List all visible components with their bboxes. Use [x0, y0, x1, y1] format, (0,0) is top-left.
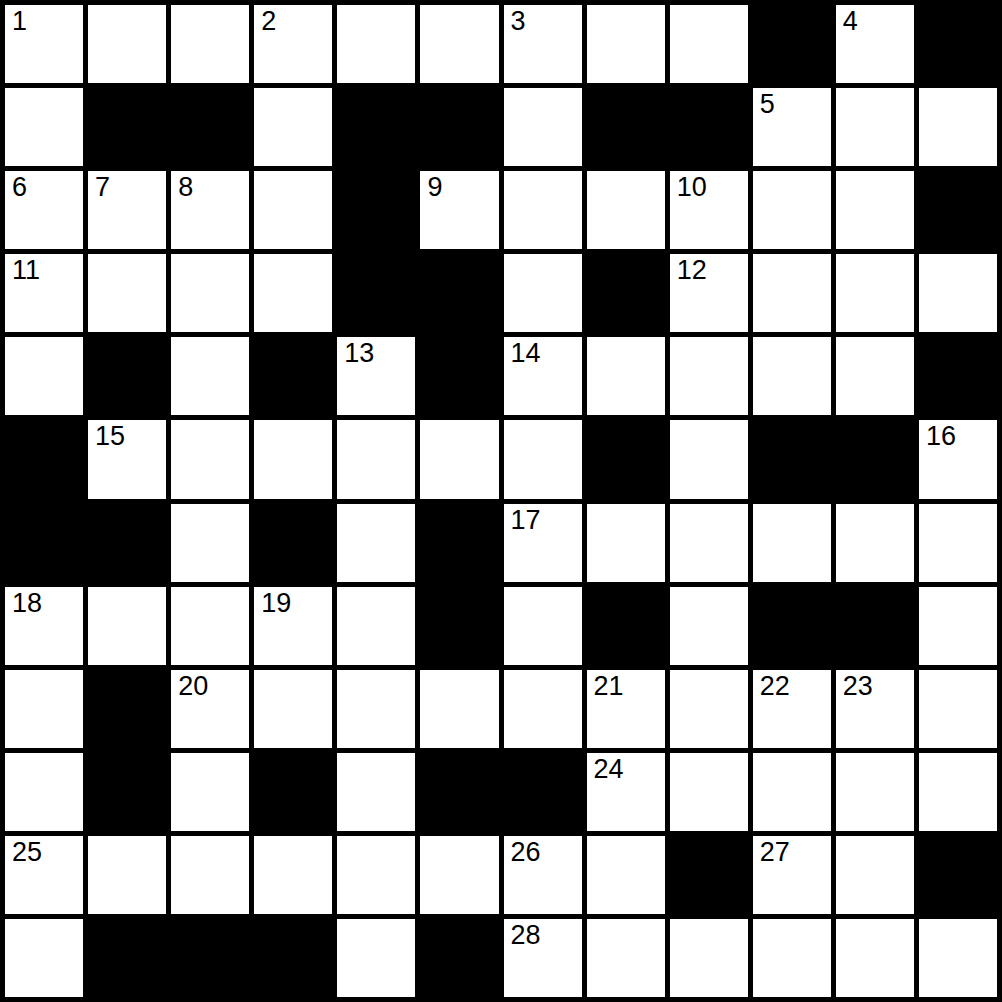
- clue-number: 15: [95, 422, 125, 450]
- white-cell[interactable]: [587, 5, 665, 83]
- white-cell[interactable]: [171, 337, 249, 415]
- black-cell: [88, 504, 166, 582]
- white-cell[interactable]: [919, 504, 997, 582]
- clue-number: 27: [760, 838, 790, 866]
- black-cell: [88, 753, 166, 831]
- black-cell: [420, 919, 498, 997]
- white-cell[interactable]: [337, 504, 415, 582]
- clue-number: 23: [843, 672, 873, 700]
- white-cell[interactable]: [836, 171, 914, 249]
- white-cell[interactable]: [670, 5, 748, 83]
- clue-number: 9: [427, 173, 442, 201]
- white-cell[interactable]: [504, 670, 582, 748]
- crossword-grid: 1234567891011121314151617181920212223242…: [0, 0, 1002, 1002]
- white-cell[interactable]: [670, 753, 748, 831]
- black-cell: [88, 88, 166, 166]
- white-cell[interactable]: [88, 587, 166, 665]
- clue-number: 8: [178, 173, 193, 201]
- white-cell[interactable]: 21: [587, 670, 665, 748]
- white-cell[interactable]: [337, 420, 415, 498]
- black-cell: [337, 254, 415, 332]
- clue-number: 6: [12, 173, 27, 201]
- black-cell: [254, 919, 332, 997]
- white-cell[interactable]: [919, 88, 997, 166]
- white-cell[interactable]: [587, 171, 665, 249]
- black-cell: [420, 587, 498, 665]
- white-cell[interactable]: [171, 5, 249, 83]
- white-cell[interactable]: [836, 337, 914, 415]
- black-cell: [5, 420, 83, 498]
- black-cell: [670, 88, 748, 166]
- white-cell[interactable]: [5, 337, 83, 415]
- white-cell[interactable]: 27: [753, 836, 831, 914]
- white-cell[interactable]: [337, 753, 415, 831]
- white-cell[interactable]: 8: [171, 171, 249, 249]
- clue-number: 26: [511, 838, 541, 866]
- white-cell[interactable]: 7: [88, 171, 166, 249]
- black-cell: [753, 587, 831, 665]
- white-cell[interactable]: [504, 171, 582, 249]
- white-cell[interactable]: [5, 670, 83, 748]
- white-cell[interactable]: [254, 836, 332, 914]
- clue-number: 21: [594, 672, 624, 700]
- white-cell[interactable]: [919, 919, 997, 997]
- black-cell: [919, 5, 997, 83]
- black-cell: [254, 337, 332, 415]
- black-cell: [919, 171, 997, 249]
- black-cell: [337, 88, 415, 166]
- white-cell[interactable]: [587, 836, 665, 914]
- white-cell[interactable]: [171, 836, 249, 914]
- white-cell[interactable]: [753, 753, 831, 831]
- white-cell[interactable]: [504, 587, 582, 665]
- clue-number: 22: [760, 672, 790, 700]
- black-cell: [420, 504, 498, 582]
- white-cell[interactable]: [504, 420, 582, 498]
- clue-number: 11: [12, 256, 40, 284]
- white-cell[interactable]: [836, 753, 914, 831]
- white-cell[interactable]: [337, 919, 415, 997]
- white-cell[interactable]: [420, 670, 498, 748]
- white-cell[interactable]: [587, 337, 665, 415]
- black-cell: [919, 337, 997, 415]
- white-cell[interactable]: [420, 836, 498, 914]
- white-cell[interactable]: 23: [836, 670, 914, 748]
- black-cell: [88, 919, 166, 997]
- white-cell[interactable]: [5, 88, 83, 166]
- black-cell: [337, 171, 415, 249]
- white-cell[interactable]: [337, 670, 415, 748]
- black-cell: [587, 88, 665, 166]
- white-cell[interactable]: [171, 587, 249, 665]
- clue-number: 25: [12, 838, 42, 866]
- clue-number: 17: [511, 506, 541, 534]
- white-cell[interactable]: 18: [5, 587, 83, 665]
- white-cell[interactable]: 3: [504, 5, 582, 83]
- white-cell[interactable]: [88, 836, 166, 914]
- white-cell[interactable]: 16: [919, 420, 997, 498]
- white-cell[interactable]: [919, 670, 997, 748]
- white-cell[interactable]: 15: [88, 420, 166, 498]
- black-cell: [420, 88, 498, 166]
- clue-number: 1: [12, 7, 27, 35]
- white-cell[interactable]: [254, 171, 332, 249]
- white-cell[interactable]: 10: [670, 171, 748, 249]
- white-cell[interactable]: [670, 587, 748, 665]
- white-cell[interactable]: [753, 919, 831, 997]
- white-cell[interactable]: [420, 5, 498, 83]
- white-cell[interactable]: [836, 254, 914, 332]
- clue-number: 16: [926, 422, 956, 450]
- black-cell: [254, 504, 332, 582]
- white-cell[interactable]: [337, 836, 415, 914]
- white-cell[interactable]: 25: [5, 836, 83, 914]
- white-cell[interactable]: [670, 919, 748, 997]
- white-cell[interactable]: 20: [171, 670, 249, 748]
- white-cell[interactable]: 22: [753, 670, 831, 748]
- white-cell[interactable]: [254, 88, 332, 166]
- clue-number: 3: [511, 7, 526, 35]
- white-cell[interactable]: [337, 587, 415, 665]
- white-cell[interactable]: [670, 670, 748, 748]
- white-cell[interactable]: [88, 5, 166, 83]
- clue-number: 24: [594, 755, 624, 783]
- white-cell[interactable]: 9: [420, 171, 498, 249]
- white-cell[interactable]: 6: [5, 171, 83, 249]
- black-cell: [504, 753, 582, 831]
- white-cell[interactable]: [670, 420, 748, 498]
- white-cell[interactable]: [254, 670, 332, 748]
- black-cell: [587, 587, 665, 665]
- white-cell[interactable]: [504, 254, 582, 332]
- white-cell[interactable]: [171, 254, 249, 332]
- white-cell[interactable]: [670, 337, 748, 415]
- black-cell: [171, 919, 249, 997]
- clue-number: 5: [760, 90, 775, 118]
- white-cell[interactable]: [171, 753, 249, 831]
- black-cell: [836, 587, 914, 665]
- white-cell[interactable]: 5: [753, 88, 831, 166]
- black-cell: [254, 753, 332, 831]
- white-cell[interactable]: [919, 753, 997, 831]
- clue-number: 7: [95, 173, 110, 201]
- white-cell[interactable]: [5, 919, 83, 997]
- clue-number: 19: [261, 589, 291, 617]
- white-cell[interactable]: [171, 504, 249, 582]
- white-cell[interactable]: [836, 88, 914, 166]
- white-cell[interactable]: [88, 254, 166, 332]
- white-cell[interactable]: 4: [836, 5, 914, 83]
- white-cell[interactable]: [753, 504, 831, 582]
- black-cell: [919, 836, 997, 914]
- clue-number: 10: [677, 173, 707, 201]
- white-cell[interactable]: [254, 420, 332, 498]
- white-cell[interactable]: [753, 337, 831, 415]
- white-cell[interactable]: [919, 587, 997, 665]
- white-cell[interactable]: [504, 88, 582, 166]
- clue-number: 14: [511, 339, 541, 367]
- clue-number: 12: [677, 256, 707, 284]
- white-cell[interactable]: [670, 504, 748, 582]
- white-cell[interactable]: [254, 254, 332, 332]
- black-cell: [670, 836, 748, 914]
- black-cell: [171, 88, 249, 166]
- black-cell: [420, 337, 498, 415]
- white-cell[interactable]: [836, 919, 914, 997]
- white-cell[interactable]: [171, 420, 249, 498]
- clue-number: 18: [12, 589, 42, 617]
- white-cell[interactable]: 2: [254, 5, 332, 83]
- white-cell[interactable]: [5, 753, 83, 831]
- white-cell[interactable]: 14: [504, 337, 582, 415]
- black-cell: [753, 420, 831, 498]
- clue-number: 13: [344, 339, 374, 367]
- clue-number: 28: [511, 921, 541, 949]
- white-cell[interactable]: [587, 504, 665, 582]
- white-cell[interactable]: [753, 171, 831, 249]
- white-cell[interactable]: [420, 420, 498, 498]
- black-cell: [836, 420, 914, 498]
- white-cell[interactable]: 26: [504, 836, 582, 914]
- white-cell[interactable]: [836, 504, 914, 582]
- black-cell: [5, 504, 83, 582]
- white-cell[interactable]: 1: [5, 5, 83, 83]
- clue-number: 20: [178, 672, 208, 700]
- black-cell: [420, 254, 498, 332]
- white-cell[interactable]: 19: [254, 587, 332, 665]
- clue-number: 2: [261, 7, 276, 35]
- white-cell[interactable]: 28: [504, 919, 582, 997]
- white-cell[interactable]: [587, 919, 665, 997]
- white-cell[interactable]: 13: [337, 337, 415, 415]
- black-cell: [587, 420, 665, 498]
- white-cell[interactable]: [919, 254, 997, 332]
- white-cell[interactable]: 11: [5, 254, 83, 332]
- black-cell: [587, 254, 665, 332]
- black-cell: [88, 670, 166, 748]
- white-cell[interactable]: [753, 254, 831, 332]
- white-cell[interactable]: [337, 5, 415, 83]
- black-cell: [753, 5, 831, 83]
- white-cell[interactable]: [836, 836, 914, 914]
- black-cell: [88, 337, 166, 415]
- white-cell[interactable]: 12: [670, 254, 748, 332]
- white-cell[interactable]: 17: [504, 504, 582, 582]
- black-cell: [420, 753, 498, 831]
- clue-number: 4: [843, 7, 858, 35]
- white-cell[interactable]: 24: [587, 753, 665, 831]
